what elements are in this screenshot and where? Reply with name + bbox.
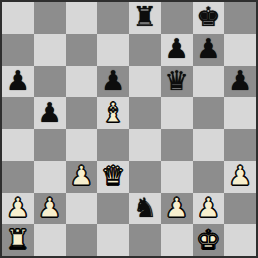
square-g2[interactable]: ♟	[193, 193, 225, 225]
black-pawn-d6: ♟	[101, 67, 125, 94]
square-c7[interactable]	[66, 34, 98, 66]
white-rook-a1: ♜	[6, 226, 30, 253]
square-b5[interactable]: ♟	[34, 97, 66, 129]
square-d3[interactable]: ♛	[97, 161, 129, 193]
square-h8[interactable]	[224, 2, 256, 34]
square-f2[interactable]: ♟	[161, 193, 193, 225]
square-b7[interactable]	[34, 34, 66, 66]
square-g3[interactable]	[193, 161, 225, 193]
square-d7[interactable]	[97, 34, 129, 66]
chess-board-frame: ♜♚♟♟♟♟♛♟♟♝♟♛♟♟♟♞♟♟♜♚	[0, 0, 258, 258]
chess-board: ♜♚♟♟♟♟♛♟♟♝♟♛♟♟♟♞♟♟♜♚	[2, 2, 256, 256]
square-a1[interactable]: ♜	[2, 224, 34, 256]
square-a3[interactable]	[2, 161, 34, 193]
square-d4[interactable]	[97, 129, 129, 161]
square-c4[interactable]	[66, 129, 98, 161]
black-queen-f6: ♛	[165, 67, 189, 94]
square-a5[interactable]	[2, 97, 34, 129]
square-d8[interactable]	[97, 2, 129, 34]
square-c8[interactable]	[66, 2, 98, 34]
white-pawn-h3: ♟	[228, 162, 252, 189]
square-b3[interactable]	[34, 161, 66, 193]
square-h3[interactable]: ♟	[224, 161, 256, 193]
white-pawn-a2: ♟	[6, 194, 30, 221]
square-g6[interactable]	[193, 66, 225, 98]
square-b4[interactable]	[34, 129, 66, 161]
square-f6[interactable]: ♛	[161, 66, 193, 98]
white-bishop-d5: ♝	[101, 99, 125, 126]
black-pawn-f7: ♟	[165, 35, 189, 62]
black-knight-e2: ♞	[133, 194, 157, 221]
square-b6[interactable]	[34, 66, 66, 98]
square-b2[interactable]: ♟	[34, 193, 66, 225]
square-e3[interactable]	[129, 161, 161, 193]
square-h6[interactable]: ♟	[224, 66, 256, 98]
white-pawn-c3: ♟	[69, 162, 93, 189]
square-f7[interactable]: ♟	[161, 34, 193, 66]
square-h5[interactable]	[224, 97, 256, 129]
square-g4[interactable]	[193, 129, 225, 161]
square-b8[interactable]	[34, 2, 66, 34]
square-e2[interactable]: ♞	[129, 193, 161, 225]
square-h4[interactable]	[224, 129, 256, 161]
square-d5[interactable]: ♝	[97, 97, 129, 129]
square-a8[interactable]	[2, 2, 34, 34]
square-d2[interactable]	[97, 193, 129, 225]
square-c2[interactable]	[66, 193, 98, 225]
square-f8[interactable]	[161, 2, 193, 34]
square-d1[interactable]	[97, 224, 129, 256]
square-f1[interactable]	[161, 224, 193, 256]
square-e7[interactable]	[129, 34, 161, 66]
square-b1[interactable]	[34, 224, 66, 256]
black-pawn-a6: ♟	[6, 67, 30, 94]
square-e8[interactable]: ♜	[129, 2, 161, 34]
square-c6[interactable]	[66, 66, 98, 98]
square-a7[interactable]	[2, 34, 34, 66]
square-a4[interactable]	[2, 129, 34, 161]
white-pawn-g2: ♟	[196, 194, 220, 221]
square-g7[interactable]: ♟	[193, 34, 225, 66]
black-pawn-h6: ♟	[228, 67, 252, 94]
square-f3[interactable]	[161, 161, 193, 193]
square-a2[interactable]: ♟	[2, 193, 34, 225]
square-a6[interactable]: ♟	[2, 66, 34, 98]
square-g5[interactable]	[193, 97, 225, 129]
square-d6[interactable]: ♟	[97, 66, 129, 98]
black-pawn-g7: ♟	[196, 35, 220, 62]
black-rook-e8: ♜	[133, 3, 157, 30]
square-e5[interactable]	[129, 97, 161, 129]
square-h2[interactable]	[224, 193, 256, 225]
square-g8[interactable]: ♚	[193, 2, 225, 34]
square-c3[interactable]: ♟	[66, 161, 98, 193]
square-c5[interactable]	[66, 97, 98, 129]
square-e4[interactable]	[129, 129, 161, 161]
square-h7[interactable]	[224, 34, 256, 66]
square-e1[interactable]	[129, 224, 161, 256]
white-king-g1: ♚	[196, 226, 220, 253]
square-h1[interactable]	[224, 224, 256, 256]
square-e6[interactable]	[129, 66, 161, 98]
square-c1[interactable]	[66, 224, 98, 256]
black-king-g8: ♚	[196, 3, 220, 30]
square-f5[interactable]	[161, 97, 193, 129]
square-f4[interactable]	[161, 129, 193, 161]
square-g1[interactable]: ♚	[193, 224, 225, 256]
white-pawn-b2: ♟	[38, 194, 62, 221]
white-pawn-f2: ♟	[165, 194, 189, 221]
white-queen-d3: ♛	[101, 162, 125, 189]
black-pawn-b5: ♟	[38, 99, 62, 126]
